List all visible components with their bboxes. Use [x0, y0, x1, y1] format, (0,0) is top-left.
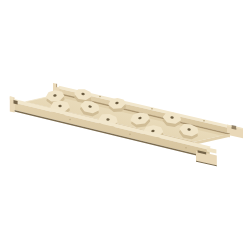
back-rail-screw-mark: [151, 108, 153, 110]
climbing-hold: [109, 98, 125, 111]
climbing-panel-illustration: [0, 0, 250, 250]
front-rail-screw-mark: [129, 133, 131, 135]
climbing-hold: [163, 113, 180, 127]
back-rail-screw-mark: [203, 120, 205, 122]
climbing-hold: [75, 89, 91, 102]
product-render-stage: [0, 0, 250, 250]
front-rail-screw-mark: [69, 119, 71, 121]
back-rail-screw-mark: [99, 96, 101, 98]
front-rail-screw-mark: [185, 147, 187, 149]
